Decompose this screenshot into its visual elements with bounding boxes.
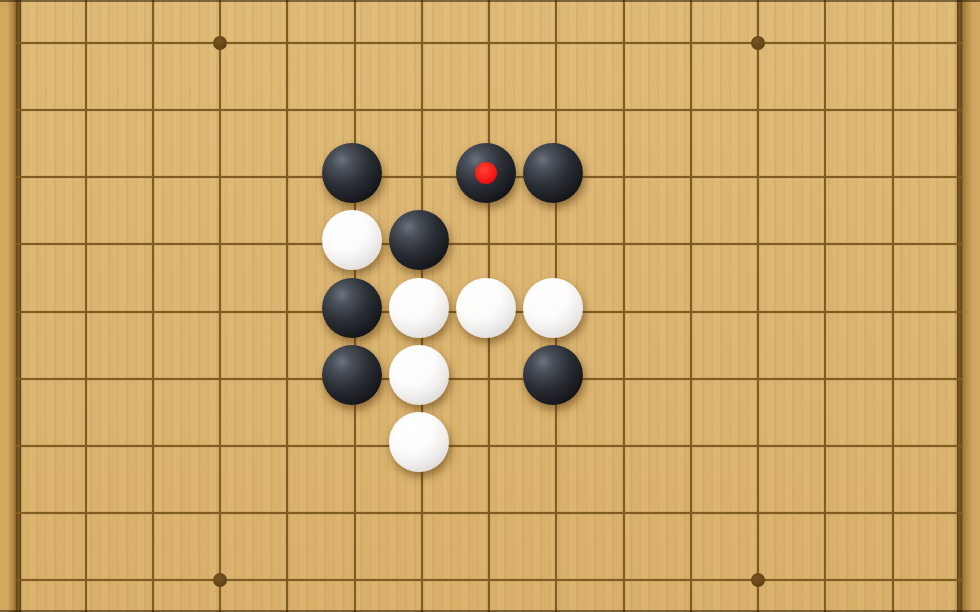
black-stone <box>389 210 449 270</box>
black-stone <box>523 143 583 203</box>
stones-grid <box>0 9 980 612</box>
board-cell <box>523 278 590 345</box>
board-cell <box>388 345 455 412</box>
white-stone <box>389 345 449 405</box>
last-move-red-dot <box>475 162 497 184</box>
board-cell <box>523 345 590 412</box>
gomoku-board[interactable] <box>0 0 980 612</box>
black-stone <box>523 345 583 405</box>
black-stone <box>322 143 382 203</box>
white-stone <box>389 278 449 338</box>
board-cell <box>321 144 388 211</box>
board-cell <box>388 412 455 479</box>
board-cell <box>455 144 522 211</box>
board-cell <box>321 278 388 345</box>
black-stone <box>322 278 382 338</box>
board-cell <box>455 278 522 345</box>
white-stone <box>456 278 516 338</box>
white-stone <box>322 210 382 270</box>
board-cell <box>321 345 388 412</box>
white-stone <box>523 278 583 338</box>
black-stone <box>322 345 382 405</box>
white-stone <box>389 412 449 472</box>
board-cell <box>321 211 388 278</box>
board-cell <box>388 278 455 345</box>
board-cell <box>388 211 455 278</box>
black-stone <box>456 143 516 203</box>
frame-edge-top <box>0 0 980 2</box>
board-cell <box>523 144 590 211</box>
